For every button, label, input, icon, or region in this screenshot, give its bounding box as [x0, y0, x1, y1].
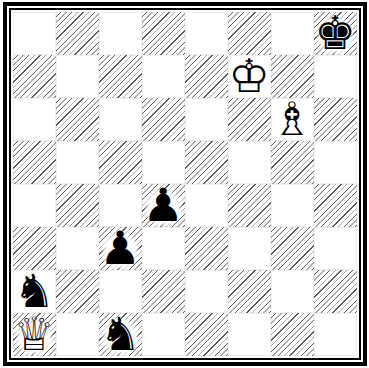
board-inner-frame: ♚♔♗♟♟♞♕♞	[9, 8, 361, 360]
board: ♚♔♗♟♟♞♕♞	[13, 12, 357, 356]
square-b4[interactable]	[56, 184, 99, 227]
piece-black-king-h8: ♚	[314, 12, 355, 55]
square-f5[interactable]	[228, 141, 271, 184]
square-a7[interactable]	[13, 55, 56, 98]
piece-white-king-f7: ♔	[228, 55, 269, 98]
square-d7[interactable]	[142, 55, 185, 98]
square-d6[interactable]	[142, 98, 185, 141]
square-a2[interactable]: ♞	[13, 270, 56, 313]
square-g8[interactable]	[271, 12, 314, 55]
square-d5[interactable]	[142, 141, 185, 184]
piece-white-bishop-g6: ♗	[271, 98, 312, 141]
square-d2[interactable]	[142, 270, 185, 313]
square-h7[interactable]	[314, 55, 357, 98]
square-c1[interactable]: ♞	[99, 313, 142, 356]
square-f4[interactable]	[228, 184, 271, 227]
square-a5[interactable]	[13, 141, 56, 184]
square-d4[interactable]: ♟	[142, 184, 185, 227]
square-a6[interactable]	[13, 98, 56, 141]
square-g1[interactable]	[271, 313, 314, 356]
square-e4[interactable]	[185, 184, 228, 227]
square-b6[interactable]	[56, 98, 99, 141]
square-h3[interactable]	[314, 227, 357, 270]
square-e7[interactable]	[185, 55, 228, 98]
square-h6[interactable]	[314, 98, 357, 141]
square-f2[interactable]	[228, 270, 271, 313]
square-e8[interactable]	[185, 12, 228, 55]
piece-black-pawn-d4: ♟	[142, 184, 183, 227]
square-e2[interactable]	[185, 270, 228, 313]
square-e3[interactable]	[185, 227, 228, 270]
square-h1[interactable]	[314, 313, 357, 356]
board-outer-frame: ♚♔♗♟♟♞♕♞	[3, 2, 367, 366]
piece-black-pawn-c3: ♟	[99, 227, 140, 270]
square-h5[interactable]	[314, 141, 357, 184]
square-g5[interactable]	[271, 141, 314, 184]
square-f7[interactable]: ♔	[228, 55, 271, 98]
square-b7[interactable]	[56, 55, 99, 98]
square-b1[interactable]	[56, 313, 99, 356]
piece-black-knight-c1: ♞	[99, 313, 140, 356]
square-d1[interactable]	[142, 313, 185, 356]
square-d8[interactable]	[142, 12, 185, 55]
square-c4[interactable]	[99, 184, 142, 227]
square-c3[interactable]: ♟	[99, 227, 142, 270]
square-e5[interactable]	[185, 141, 228, 184]
square-a4[interactable]	[13, 184, 56, 227]
square-h8[interactable]: ♚	[314, 12, 357, 55]
square-b3[interactable]	[56, 227, 99, 270]
square-f1[interactable]	[228, 313, 271, 356]
square-c2[interactable]	[99, 270, 142, 313]
square-f6[interactable]	[228, 98, 271, 141]
square-a3[interactable]	[13, 227, 56, 270]
square-b2[interactable]	[56, 270, 99, 313]
square-b8[interactable]	[56, 12, 99, 55]
chess-diagram: ♚♔♗♟♟♞♕♞	[0, 0, 369, 368]
square-g2[interactable]	[271, 270, 314, 313]
square-e1[interactable]	[185, 313, 228, 356]
square-a1[interactable]: ♕	[13, 313, 56, 356]
square-c6[interactable]	[99, 98, 142, 141]
piece-black-knight-a2: ♞	[13, 270, 54, 313]
square-f8[interactable]	[228, 12, 271, 55]
square-f3[interactable]	[228, 227, 271, 270]
square-c7[interactable]	[99, 55, 142, 98]
piece-white-queen-a1: ♕	[13, 313, 54, 356]
square-g4[interactable]	[271, 184, 314, 227]
square-c5[interactable]	[99, 141, 142, 184]
square-c8[interactable]	[99, 12, 142, 55]
square-h2[interactable]	[314, 270, 357, 313]
square-g3[interactable]	[271, 227, 314, 270]
square-b5[interactable]	[56, 141, 99, 184]
square-h4[interactable]	[314, 184, 357, 227]
square-g7[interactable]	[271, 55, 314, 98]
square-d3[interactable]	[142, 227, 185, 270]
square-g6[interactable]: ♗	[271, 98, 314, 141]
square-a8[interactable]	[13, 12, 56, 55]
square-e6[interactable]	[185, 98, 228, 141]
